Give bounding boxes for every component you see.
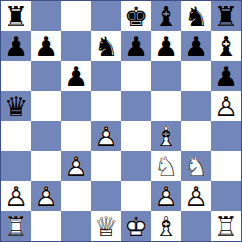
square-g5[interactable] — [181, 91, 211, 121]
white-piece-outline-glyph: ♙ — [184, 183, 208, 210]
square-b1[interactable] — [31, 211, 61, 241]
piece-black-king[interactable]: ♚ — [124, 3, 148, 30]
square-c5[interactable] — [61, 91, 91, 121]
piece-white-rook[interactable]: ♜♖ — [214, 213, 238, 240]
square-h3[interactable] — [211, 151, 241, 181]
square-d5[interactable] — [91, 91, 121, 121]
square-f4[interactable]: ♝♗ — [151, 121, 181, 151]
square-c8[interactable] — [61, 1, 91, 31]
piece-white-rook[interactable]: ♜♖ — [4, 213, 28, 240]
piece-black-rook[interactable]: ♜ — [214, 3, 238, 30]
square-a4[interactable] — [1, 121, 31, 151]
square-b2[interactable]: ♟♙ — [31, 181, 61, 211]
piece-black-pawn[interactable]: ♟ — [214, 63, 238, 90]
piece-black-queen[interactable]: ♛ — [4, 93, 28, 120]
white-piece-outline-glyph: ♘ — [184, 153, 208, 180]
white-piece-outline-glyph: ♖ — [4, 213, 28, 240]
square-d8[interactable] — [91, 1, 121, 31]
square-e2[interactable] — [121, 181, 151, 211]
square-f5[interactable] — [151, 91, 181, 121]
square-d6[interactable] — [91, 61, 121, 91]
piece-white-pawn[interactable]: ♟♙ — [64, 153, 88, 180]
square-h4[interactable] — [211, 121, 241, 151]
square-b7[interactable]: ♟ — [31, 31, 61, 61]
square-e5[interactable] — [121, 91, 151, 121]
square-h2[interactable] — [211, 181, 241, 211]
square-a8[interactable]: ♜ — [1, 1, 31, 31]
square-c3[interactable]: ♟♙ — [61, 151, 91, 181]
square-d2[interactable] — [91, 181, 121, 211]
square-e3[interactable] — [121, 151, 151, 181]
piece-white-pawn[interactable]: ♟♙ — [4, 183, 28, 210]
piece-black-pawn[interactable]: ♟ — [154, 33, 178, 60]
square-g4[interactable] — [181, 121, 211, 151]
white-piece-outline-glyph: ♙ — [94, 123, 118, 150]
square-a5[interactable]: ♛ — [1, 91, 31, 121]
square-f3[interactable]: ♞♘ — [151, 151, 181, 181]
white-piece-outline-glyph: ♙ — [4, 183, 28, 210]
square-b3[interactable] — [31, 151, 61, 181]
piece-white-knight[interactable]: ♞♘ — [184, 153, 208, 180]
piece-black-bishop[interactable]: ♝ — [154, 3, 178, 30]
square-b6[interactable] — [31, 61, 61, 91]
piece-white-pawn[interactable]: ♟♙ — [94, 123, 118, 150]
square-f1[interactable]: ♝♗ — [151, 211, 181, 241]
square-g2[interactable]: ♟♙ — [181, 181, 211, 211]
square-d3[interactable] — [91, 151, 121, 181]
white-piece-outline-glyph: ♗ — [154, 213, 178, 240]
square-f6[interactable] — [151, 61, 181, 91]
square-d7[interactable]: ♞ — [91, 31, 121, 61]
piece-white-pawn[interactable]: ♟♙ — [214, 93, 238, 120]
square-e4[interactable] — [121, 121, 151, 151]
piece-black-pawn[interactable]: ♟ — [4, 33, 28, 60]
square-b4[interactable] — [31, 121, 61, 151]
piece-white-queen[interactable]: ♛♕ — [94, 213, 118, 240]
piece-white-pawn[interactable]: ♟♙ — [184, 183, 208, 210]
square-c2[interactable] — [61, 181, 91, 211]
square-g6[interactable] — [181, 61, 211, 91]
square-a1[interactable]: ♜♖ — [1, 211, 31, 241]
piece-black-knight[interactable]: ♞ — [184, 3, 208, 30]
piece-black-pawn[interactable]: ♟ — [34, 33, 58, 60]
chess-board: ♜♚♝♞♜♟♟♞♟♟♟♝♟♟♛♟♙♟♙♝♗♟♙♞♘♞♘♟♙♟♙♟♙♟♙♜♖♛♕♚… — [0, 0, 242, 242]
piece-black-knight[interactable]: ♞ — [94, 33, 118, 60]
piece-black-bishop[interactable]: ♝ — [214, 33, 238, 60]
square-h7[interactable]: ♝ — [211, 31, 241, 61]
square-h6[interactable]: ♟ — [211, 61, 241, 91]
piece-black-rook[interactable]: ♜ — [4, 3, 28, 30]
white-piece-outline-glyph: ♗ — [154, 123, 178, 150]
square-d1[interactable]: ♛♕ — [91, 211, 121, 241]
square-f7[interactable]: ♟ — [151, 31, 181, 61]
square-h8[interactable]: ♜ — [211, 1, 241, 31]
piece-white-pawn[interactable]: ♟♙ — [154, 183, 178, 210]
square-e8[interactable]: ♚ — [121, 1, 151, 31]
piece-white-bishop[interactable]: ♝♗ — [154, 213, 178, 240]
square-h1[interactable]: ♜♖ — [211, 211, 241, 241]
square-a6[interactable] — [1, 61, 31, 91]
square-c4[interactable] — [61, 121, 91, 151]
white-piece-outline-glyph: ♕ — [94, 213, 118, 240]
piece-black-pawn[interactable]: ♟ — [184, 33, 208, 60]
white-piece-outline-glyph: ♙ — [154, 183, 178, 210]
square-g8[interactable]: ♞ — [181, 1, 211, 31]
white-piece-outline-glyph: ♙ — [214, 93, 238, 120]
square-a3[interactable] — [1, 151, 31, 181]
square-d4[interactable]: ♟♙ — [91, 121, 121, 151]
square-g7[interactable]: ♟ — [181, 31, 211, 61]
square-e1[interactable]: ♚♔ — [121, 211, 151, 241]
piece-black-pawn[interactable]: ♟ — [124, 33, 148, 60]
square-g1[interactable] — [181, 211, 211, 241]
square-f2[interactable]: ♟♙ — [151, 181, 181, 211]
square-h5[interactable]: ♟♙ — [211, 91, 241, 121]
square-a2[interactable]: ♟♙ — [1, 181, 31, 211]
square-e7[interactable]: ♟ — [121, 31, 151, 61]
square-b5[interactable] — [31, 91, 61, 121]
white-piece-outline-glyph: ♙ — [64, 153, 88, 180]
square-c6[interactable]: ♟ — [61, 61, 91, 91]
square-b8[interactable] — [31, 1, 61, 31]
square-c7[interactable] — [61, 31, 91, 61]
white-piece-outline-glyph: ♖ — [214, 213, 238, 240]
piece-white-pawn[interactable]: ♟♙ — [34, 183, 58, 210]
square-g3[interactable]: ♞♘ — [181, 151, 211, 181]
piece-white-king[interactable]: ♚♔ — [124, 213, 148, 240]
square-e6[interactable] — [121, 61, 151, 91]
piece-white-bishop[interactable]: ♝♗ — [154, 123, 178, 150]
white-piece-outline-glyph: ♘ — [154, 153, 178, 180]
square-a7[interactable]: ♟ — [1, 31, 31, 61]
piece-white-knight[interactable]: ♞♘ — [154, 153, 178, 180]
piece-black-pawn[interactable]: ♟ — [64, 63, 88, 90]
white-piece-outline-glyph: ♙ — [34, 183, 58, 210]
white-piece-outline-glyph: ♔ — [124, 213, 148, 240]
square-f8[interactable]: ♝ — [151, 1, 181, 31]
square-c1[interactable] — [61, 211, 91, 241]
